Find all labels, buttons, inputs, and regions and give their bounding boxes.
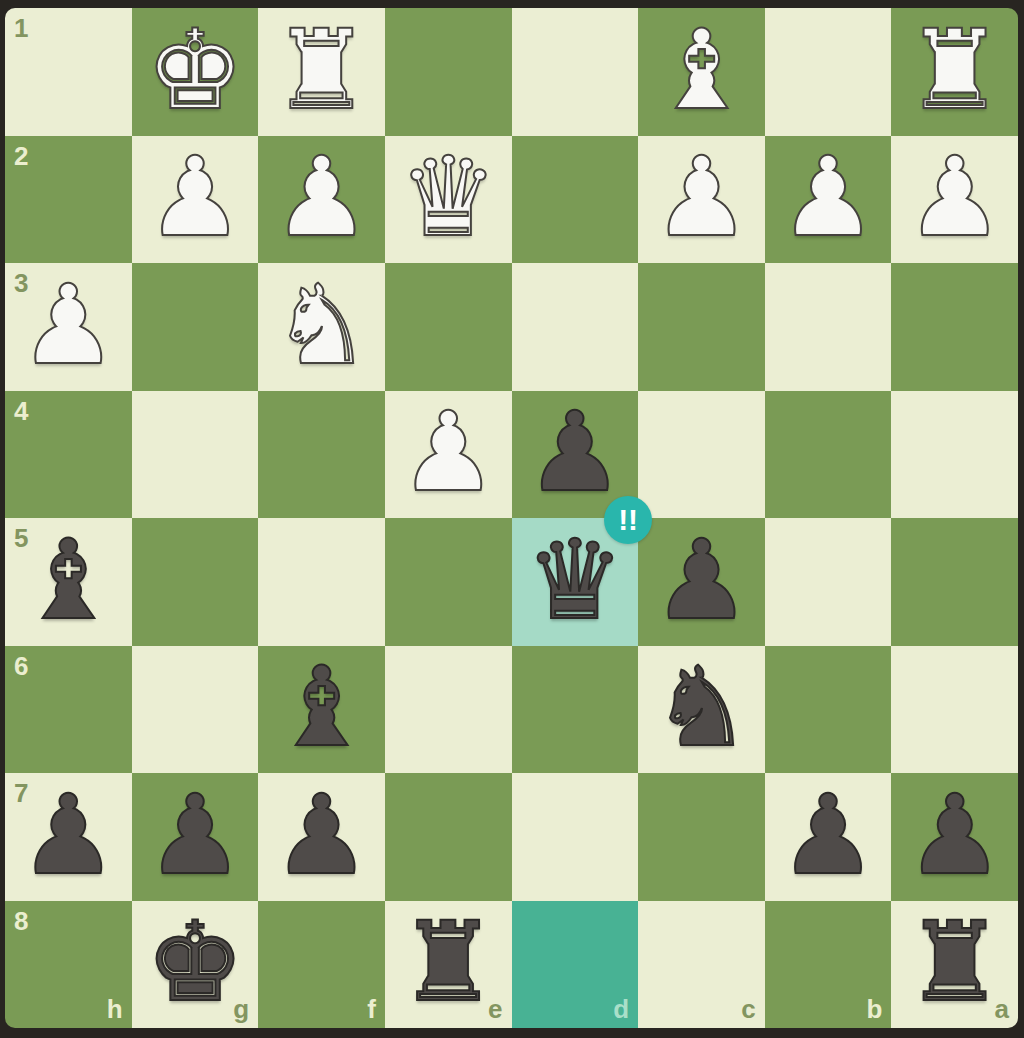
square-b2[interactable]: ♟ [765, 136, 892, 264]
white-pawn[interactable]: ♟ [146, 142, 245, 252]
square-b4[interactable] [765, 391, 892, 519]
file-label-c: c [741, 994, 755, 1025]
square-e4[interactable]: ♟ [385, 391, 512, 519]
square-a6[interactable] [891, 646, 1018, 774]
square-b5[interactable] [765, 518, 892, 646]
square-g2[interactable]: ♟ [132, 136, 259, 264]
rank-label-6: 6 [14, 651, 28, 682]
square-g4[interactable] [132, 391, 259, 519]
square-d2[interactable] [512, 136, 639, 264]
square-a2[interactable]: ♟ [891, 136, 1018, 264]
square-a5[interactable] [891, 518, 1018, 646]
white-bishop[interactable]: ♝ [652, 15, 751, 125]
rank-label-1: 1 [14, 13, 28, 44]
square-a4[interactable] [891, 391, 1018, 519]
square-b8[interactable]: b [765, 901, 892, 1029]
file-label-b: b [866, 994, 882, 1025]
white-pawn[interactable]: ♟ [905, 142, 1004, 252]
black-rook[interactable]: ♜ [399, 907, 498, 1017]
brilliant-move-badge: !! [604, 496, 652, 544]
white-pawn[interactable]: ♟ [779, 142, 878, 252]
square-g5[interactable] [132, 518, 259, 646]
black-pawn[interactable]: ♟ [905, 780, 1004, 890]
square-c4[interactable] [638, 391, 765, 519]
square-f3[interactable]: ♞ [258, 263, 385, 391]
square-c6[interactable]: ♞ [638, 646, 765, 774]
square-c2[interactable]: ♟ [638, 136, 765, 264]
file-label-h: h [107, 994, 123, 1025]
chess-board: 1♚♜♝♜2♟♟♛♟♟♟3♟♞4♟♟5♝♛!!♟6♝♞7♟♟♟♟♟8hg♚fe♜… [5, 8, 1018, 1028]
square-e8[interactable]: e♜ [385, 901, 512, 1029]
rank-label-8: 8 [14, 906, 28, 937]
white-pawn[interactable]: ♟ [399, 397, 498, 507]
square-b7[interactable]: ♟ [765, 773, 892, 901]
square-g3[interactable] [132, 263, 259, 391]
white-pawn[interactable]: ♟ [272, 142, 371, 252]
square-b1[interactable] [765, 8, 892, 136]
black-knight[interactable]: ♞ [652, 652, 751, 762]
square-h6[interactable]: 6 [5, 646, 132, 774]
file-label-f: f [367, 994, 376, 1025]
square-h4[interactable]: 4 [5, 391, 132, 519]
black-bishop[interactable]: ♝ [19, 525, 118, 635]
white-rook[interactable]: ♜ [272, 15, 371, 125]
square-a3[interactable] [891, 263, 1018, 391]
square-a8[interactable]: a♜ [891, 901, 1018, 1029]
black-pawn[interactable]: ♟ [526, 397, 625, 507]
square-c7[interactable] [638, 773, 765, 901]
white-rook[interactable]: ♜ [905, 15, 1004, 125]
black-bishop[interactable]: ♝ [272, 652, 371, 762]
square-f2[interactable]: ♟ [258, 136, 385, 264]
square-e7[interactable] [385, 773, 512, 901]
square-h8[interactable]: 8h [5, 901, 132, 1029]
square-b3[interactable] [765, 263, 892, 391]
square-d8[interactable]: d [512, 901, 639, 1029]
white-pawn[interactable]: ♟ [19, 270, 118, 380]
square-c3[interactable] [638, 263, 765, 391]
black-pawn[interactable]: ♟ [272, 780, 371, 890]
black-pawn[interactable]: ♟ [146, 780, 245, 890]
square-e3[interactable] [385, 263, 512, 391]
square-h3[interactable]: 3♟ [5, 263, 132, 391]
square-a7[interactable]: ♟ [891, 773, 1018, 901]
square-c5[interactable]: ♟ [638, 518, 765, 646]
black-pawn[interactable]: ♟ [19, 780, 118, 890]
square-f8[interactable]: f [258, 901, 385, 1029]
square-f5[interactable] [258, 518, 385, 646]
square-c8[interactable]: c [638, 901, 765, 1029]
square-e2[interactable]: ♛ [385, 136, 512, 264]
square-d7[interactable] [512, 773, 639, 901]
square-g8[interactable]: g♚ [132, 901, 259, 1029]
square-g1[interactable]: ♚ [132, 8, 259, 136]
square-d1[interactable] [512, 8, 639, 136]
square-e6[interactable] [385, 646, 512, 774]
file-label-d: d [613, 994, 629, 1025]
board-frame: 1♚♜♝♜2♟♟♛♟♟♟3♟♞4♟♟5♝♛!!♟6♝♞7♟♟♟♟♟8hg♚fe♜… [0, 0, 1024, 1038]
square-f4[interactable] [258, 391, 385, 519]
square-g7[interactable]: ♟ [132, 773, 259, 901]
black-pawn[interactable]: ♟ [779, 780, 878, 890]
square-f7[interactable]: ♟ [258, 773, 385, 901]
black-rook[interactable]: ♜ [905, 907, 1004, 1017]
black-pawn[interactable]: ♟ [652, 525, 751, 635]
square-h2[interactable]: 2 [5, 136, 132, 264]
square-a1[interactable]: ♜ [891, 8, 1018, 136]
rank-label-4: 4 [14, 396, 28, 427]
square-d5[interactable]: ♛!! [512, 518, 639, 646]
square-d6[interactable] [512, 646, 639, 774]
white-knight[interactable]: ♞ [272, 270, 371, 380]
white-queen[interactable]: ♛ [399, 142, 498, 252]
square-h1[interactable]: 1 [5, 8, 132, 136]
square-e1[interactable] [385, 8, 512, 136]
black-queen[interactable]: ♛ [526, 525, 625, 635]
square-f6[interactable]: ♝ [258, 646, 385, 774]
white-pawn[interactable]: ♟ [652, 142, 751, 252]
white-king[interactable]: ♚ [146, 15, 245, 125]
black-king[interactable]: ♚ [146, 907, 245, 1017]
rank-label-2: 2 [14, 141, 28, 172]
square-g6[interactable] [132, 646, 259, 774]
square-d3[interactable] [512, 263, 639, 391]
square-h7[interactable]: 7♟ [5, 773, 132, 901]
square-c1[interactable]: ♝ [638, 8, 765, 136]
square-f1[interactable]: ♜ [258, 8, 385, 136]
square-e5[interactable] [385, 518, 512, 646]
square-b6[interactable] [765, 646, 892, 774]
square-h5[interactable]: 5♝ [5, 518, 132, 646]
